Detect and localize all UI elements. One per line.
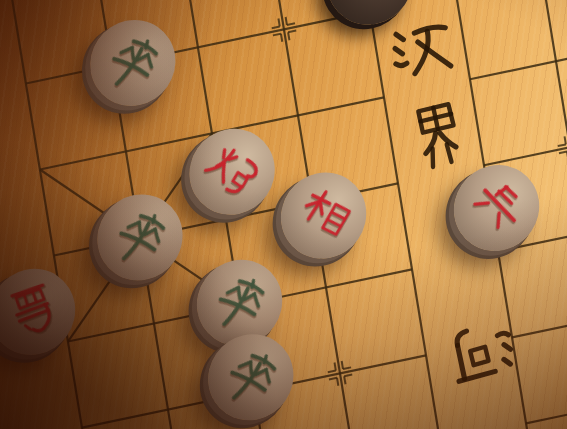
piece-glyph-black-soldier	[213, 339, 289, 415]
piece-glyph-black-soldier	[202, 266, 277, 340]
piece-shadow-piece[interactable]	[321, 0, 419, 33]
board-plane: 卒炮兵相卒卒馬卒	[0, 0, 567, 429]
piece-glyph-black-soldier	[102, 200, 177, 275]
piece-red-cannon[interactable]: 炮	[183, 121, 281, 223]
piece-glyph-red-horse	[0, 278, 66, 346]
piece-red-elephant[interactable]: 相	[275, 165, 373, 267]
piece-black-soldier[interactable]: 卒	[91, 187, 189, 289]
xiangqi-board-photo: 卒炮兵相卒卒馬卒 汉界河楚	[0, 0, 567, 429]
piece-glyph-red-cannon	[194, 133, 271, 210]
piece-glyph-red-soldier	[458, 169, 535, 247]
piece-glyph-black-soldier	[95, 25, 170, 100]
piece-red-soldier[interactable]: 兵	[448, 157, 546, 259]
piece-glyph-red-elephant	[286, 178, 362, 254]
piece-red-horse[interactable]: 馬	[0, 261, 82, 363]
pieces-grid: 卒炮兵相卒卒馬卒	[0, 0, 567, 429]
